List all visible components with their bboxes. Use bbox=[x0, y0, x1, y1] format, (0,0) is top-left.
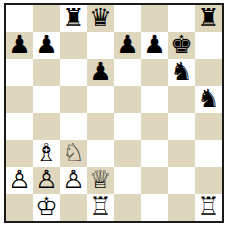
square-b3[interactable]: ♗ bbox=[33, 140, 60, 167]
square-c7[interactable] bbox=[60, 32, 87, 59]
square-e4[interactable] bbox=[114, 113, 141, 140]
square-d6[interactable]: ♟ bbox=[87, 59, 114, 86]
square-h7[interactable] bbox=[195, 32, 222, 59]
square-g1[interactable] bbox=[168, 194, 195, 221]
square-c6[interactable] bbox=[60, 59, 87, 86]
square-b5[interactable] bbox=[33, 86, 60, 113]
black-queen[interactable]: ♛ bbox=[89, 5, 111, 31]
square-f7[interactable]: ♟ bbox=[141, 32, 168, 59]
square-g8[interactable] bbox=[168, 5, 195, 32]
square-c1[interactable] bbox=[60, 194, 87, 221]
white-pawn[interactable]: ♙ bbox=[62, 167, 84, 193]
square-a6[interactable] bbox=[6, 59, 33, 86]
square-f6[interactable] bbox=[141, 59, 168, 86]
square-e5[interactable] bbox=[114, 86, 141, 113]
square-d1[interactable]: ♖ bbox=[87, 194, 114, 221]
chess-diagram-page: ♜♛♜♟♟♟♟♚♟♞♞♗♘♙♙♙♕♔♖♖ bbox=[0, 0, 230, 233]
square-e1[interactable] bbox=[114, 194, 141, 221]
square-g6[interactable]: ♞ bbox=[168, 59, 195, 86]
square-a7[interactable]: ♟ bbox=[6, 32, 33, 59]
square-b8[interactable] bbox=[33, 5, 60, 32]
square-f2[interactable] bbox=[141, 167, 168, 194]
square-a2[interactable]: ♙ bbox=[6, 167, 33, 194]
square-c8[interactable]: ♜ bbox=[60, 5, 87, 32]
square-f3[interactable] bbox=[141, 140, 168, 167]
square-c2[interactable]: ♙ bbox=[60, 167, 87, 194]
square-d7[interactable] bbox=[87, 32, 114, 59]
square-g4[interactable] bbox=[168, 113, 195, 140]
square-h8[interactable]: ♜ bbox=[195, 5, 222, 32]
square-h5[interactable]: ♞ bbox=[195, 86, 222, 113]
square-g5[interactable] bbox=[168, 86, 195, 113]
white-king[interactable]: ♔ bbox=[35, 194, 57, 220]
black-knight[interactable]: ♞ bbox=[170, 59, 192, 85]
square-f1[interactable] bbox=[141, 194, 168, 221]
black-pawn[interactable]: ♟ bbox=[89, 59, 111, 85]
black-pawn[interactable]: ♟ bbox=[116, 32, 138, 58]
square-e7[interactable]: ♟ bbox=[114, 32, 141, 59]
square-a8[interactable] bbox=[6, 5, 33, 32]
square-d3[interactable] bbox=[87, 140, 114, 167]
square-d5[interactable] bbox=[87, 86, 114, 113]
square-d2[interactable]: ♕ bbox=[87, 167, 114, 194]
black-pawn[interactable]: ♟ bbox=[8, 32, 30, 58]
white-rook[interactable]: ♖ bbox=[89, 194, 111, 220]
black-rook[interactable]: ♜ bbox=[62, 5, 84, 31]
white-pawn[interactable]: ♙ bbox=[8, 167, 30, 193]
square-a1[interactable] bbox=[6, 194, 33, 221]
square-a5[interactable] bbox=[6, 86, 33, 113]
square-c5[interactable] bbox=[60, 86, 87, 113]
square-h3[interactable] bbox=[195, 140, 222, 167]
square-d4[interactable] bbox=[87, 113, 114, 140]
square-b2[interactable]: ♙ bbox=[33, 167, 60, 194]
square-e6[interactable] bbox=[114, 59, 141, 86]
square-g2[interactable] bbox=[168, 167, 195, 194]
black-king[interactable]: ♚ bbox=[170, 32, 192, 58]
white-knight[interactable]: ♘ bbox=[62, 140, 84, 166]
square-g3[interactable] bbox=[168, 140, 195, 167]
chess-board: ♜♛♜♟♟♟♟♚♟♞♞♗♘♙♙♙♕♔♖♖ bbox=[6, 5, 222, 221]
square-h1[interactable]: ♖ bbox=[195, 194, 222, 221]
square-b6[interactable] bbox=[33, 59, 60, 86]
black-rook[interactable]: ♜ bbox=[197, 5, 219, 31]
square-b1[interactable]: ♔ bbox=[33, 194, 60, 221]
black-knight[interactable]: ♞ bbox=[197, 86, 219, 112]
square-e8[interactable] bbox=[114, 5, 141, 32]
square-e2[interactable] bbox=[114, 167, 141, 194]
square-g7[interactable]: ♚ bbox=[168, 32, 195, 59]
square-e3[interactable] bbox=[114, 140, 141, 167]
square-h2[interactable] bbox=[195, 167, 222, 194]
board-frame: ♜♛♜♟♟♟♟♚♟♞♞♗♘♙♙♙♕♔♖♖ bbox=[4, 3, 224, 223]
square-a3[interactable] bbox=[6, 140, 33, 167]
black-pawn[interactable]: ♟ bbox=[143, 32, 165, 58]
square-f4[interactable] bbox=[141, 113, 168, 140]
square-c3[interactable]: ♘ bbox=[60, 140, 87, 167]
black-pawn[interactable]: ♟ bbox=[35, 32, 57, 58]
square-a4[interactable] bbox=[6, 113, 33, 140]
white-bishop[interactable]: ♗ bbox=[35, 140, 57, 166]
square-c4[interactable] bbox=[60, 113, 87, 140]
white-pawn[interactable]: ♙ bbox=[35, 167, 57, 193]
square-f5[interactable] bbox=[141, 86, 168, 113]
square-b4[interactable] bbox=[33, 113, 60, 140]
square-h4[interactable] bbox=[195, 113, 222, 140]
square-d8[interactable]: ♛ bbox=[87, 5, 114, 32]
square-b7[interactable]: ♟ bbox=[33, 32, 60, 59]
square-h6[interactable] bbox=[195, 59, 222, 86]
square-f8[interactable] bbox=[141, 5, 168, 32]
white-rook[interactable]: ♖ bbox=[197, 194, 219, 220]
white-queen[interactable]: ♕ bbox=[89, 167, 111, 193]
